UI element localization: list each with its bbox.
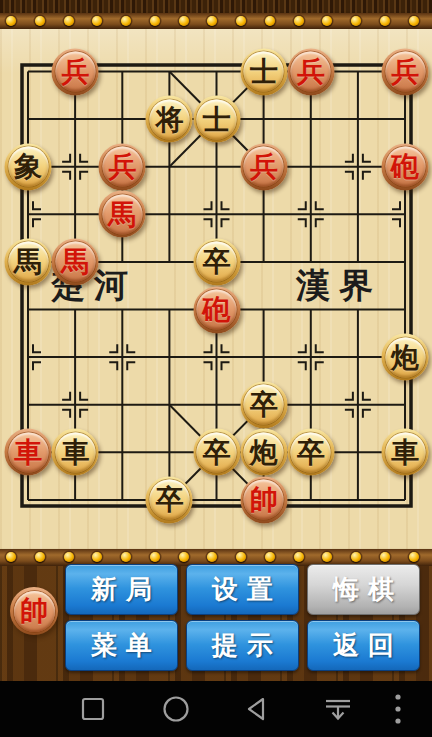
- piece-red-馬[interactable]: 馬: [99, 191, 146, 238]
- gold-stud: [207, 552, 217, 562]
- menu-button[interactable]: 菜单: [65, 620, 178, 671]
- gold-stud: [351, 552, 361, 562]
- gold-stud: [64, 552, 74, 562]
- piece-yellow-炮[interactable]: 炮: [240, 429, 287, 476]
- gold-stud: [121, 552, 131, 562]
- piece-yellow-士[interactable]: 士: [240, 48, 287, 95]
- piece-glyph: 砲: [391, 153, 419, 181]
- gold-stud: [35, 552, 45, 562]
- settings-button[interactable]: 设置: [186, 564, 299, 615]
- piece-yellow-卒[interactable]: 卒: [146, 476, 193, 523]
- gold-stud: [322, 552, 332, 562]
- piece-glyph: 兵: [108, 153, 136, 181]
- back-triangle-icon[interactable]: [228, 681, 284, 737]
- menu-dots-icon[interactable]: [370, 681, 426, 737]
- recents-square-icon[interactable]: [65, 681, 121, 737]
- piece-red-兵[interactable]: 兵: [240, 143, 287, 190]
- piece-red-馬[interactable]: 馬: [52, 238, 99, 285]
- piece-glyph: 兵: [297, 58, 325, 86]
- gold-stud: [380, 552, 390, 562]
- gold-stud: [265, 552, 275, 562]
- gold-stud: [6, 552, 16, 562]
- gold-stud: [236, 552, 246, 562]
- gold-stud: [150, 552, 160, 562]
- piece-yellow-卒[interactable]: 卒: [287, 429, 334, 476]
- piece-yellow-馬[interactable]: 馬: [5, 238, 52, 285]
- piece-glyph: 炮: [250, 438, 278, 466]
- piece-glyph: 兵: [391, 58, 419, 86]
- piece-glyph: 砲: [203, 296, 231, 324]
- xiangqi-app-screen: 楚河 漢界 兵士兵兵将士象兵兵砲馬馬馬卒砲炮卒車車卒炮卒車卒帥 帥 新局 设置 …: [0, 0, 432, 737]
- piece-glyph: 馬: [108, 200, 136, 228]
- piece-red-砲[interactable]: 砲: [382, 143, 429, 190]
- piece-red-砲[interactable]: 砲: [193, 286, 240, 333]
- piece-glyph: 兵: [61, 58, 89, 86]
- piece-glyph: 馬: [14, 248, 42, 276]
- piece-red-車[interactable]: 車: [5, 429, 52, 476]
- piece-glyph: 車: [14, 438, 42, 466]
- piece-yellow-卒[interactable]: 卒: [240, 381, 287, 428]
- piece-yellow-士[interactable]: 士: [193, 96, 240, 143]
- piece-glyph: 卒: [250, 391, 278, 419]
- hint-button[interactable]: 提示: [186, 620, 299, 671]
- piece-glyph: 象: [14, 153, 42, 181]
- piece-glyph: 士: [250, 58, 278, 86]
- piece-yellow-車[interactable]: 車: [52, 429, 99, 476]
- piece-yellow-卒[interactable]: 卒: [193, 429, 240, 476]
- piece-glyph: 卒: [203, 438, 231, 466]
- piece-glyph: 士: [203, 105, 231, 133]
- piece-red-兵[interactable]: 兵: [287, 48, 334, 95]
- hide-navbar-arrow-icon[interactable]: [310, 681, 366, 737]
- piece-glyph: 卒: [297, 438, 325, 466]
- undo-move-button[interactable]: 悔棋: [307, 564, 420, 615]
- piece-red-兵[interactable]: 兵: [99, 143, 146, 190]
- home-circle-icon[interactable]: [148, 681, 204, 737]
- piece-yellow-炮[interactable]: 炮: [382, 334, 429, 381]
- piece-yellow-将[interactable]: 将: [146, 96, 193, 143]
- return-button[interactable]: 返回: [307, 620, 420, 671]
- piece-glyph: 卒: [155, 486, 183, 514]
- piece-glyph: 帥: [250, 486, 278, 514]
- piece-glyph: 馬: [61, 248, 89, 276]
- piece-red-兵[interactable]: 兵: [52, 48, 99, 95]
- piece-glyph: 兵: [250, 153, 278, 181]
- piece-yellow-象[interactable]: 象: [5, 143, 52, 190]
- piece-glyph: 炮: [391, 343, 419, 371]
- piece-glyph: 車: [391, 438, 419, 466]
- piece-red-兵[interactable]: 兵: [382, 48, 429, 95]
- piece-glyph: 卒: [203, 248, 231, 276]
- piece-glyph: 将: [155, 105, 183, 133]
- piece-red-帥[interactable]: 帥: [240, 476, 287, 523]
- piece-yellow-車[interactable]: 車: [382, 429, 429, 476]
- gold-stud: [294, 552, 304, 562]
- new-game-button[interactable]: 新局: [65, 564, 178, 615]
- gold-stud: [92, 552, 102, 562]
- turn-indicator-piece: 帥: [10, 587, 58, 635]
- pieces-layer: 兵士兵兵将士象兵兵砲馬馬馬卒砲炮卒車車卒炮卒車卒帥: [0, 0, 432, 566]
- gold-stud: [409, 552, 419, 562]
- piece-glyph: 車: [61, 438, 89, 466]
- piece-yellow-卒[interactable]: 卒: [193, 238, 240, 285]
- turn-indicator-glyph: 帥: [20, 597, 48, 625]
- gold-stud: [179, 552, 189, 562]
- android-nav-bar: [0, 681, 432, 737]
